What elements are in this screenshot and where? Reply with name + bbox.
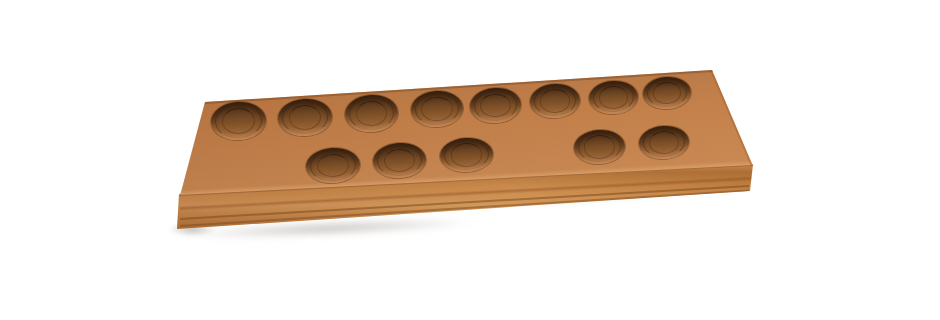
pit-back-3[interactable] — [343, 93, 398, 133]
pit-counterbore-ring — [309, 148, 356, 181]
pit-back-2[interactable] — [277, 97, 333, 137]
pit-counterbore-ring — [354, 100, 387, 127]
pit-front-1[interactable] — [305, 146, 361, 184]
pit-counterbore-ring — [479, 92, 511, 118]
pit-counterbore-ring — [421, 96, 454, 122]
pit-counterbore-ring — [348, 95, 394, 130]
pit-counterbore-ring — [577, 131, 621, 163]
pit-counterbore-ring — [642, 126, 686, 157]
pit-front-3[interactable] — [439, 137, 494, 174]
pit-counterbore-ring — [449, 143, 482, 168]
pit-counterbore-ring — [652, 81, 682, 104]
pit-counterbore-ring — [214, 103, 262, 139]
pit-counterbore-ring — [281, 99, 328, 134]
pit-counterbore-ring — [376, 143, 422, 176]
pit-back-6[interactable] — [529, 83, 581, 120]
pit-counterbore-ring — [646, 78, 688, 108]
pit-back-4[interactable] — [410, 90, 464, 129]
pit-counterbore-ring — [648, 130, 679, 154]
pit-front-4[interactable] — [573, 129, 626, 166]
pit-counterbore-ring — [288, 103, 322, 130]
pit-counterbore-ring — [539, 89, 570, 114]
pit-counterbore-ring — [533, 85, 577, 117]
pit-counterbore-ring — [414, 92, 459, 126]
pit-counterbore-ring — [473, 88, 518, 121]
board-left-edge — [178, 101, 205, 196]
pit-counterbore-ring — [316, 152, 350, 178]
pit-counterbore-ring — [221, 107, 255, 135]
pit-counterbore-ring — [443, 139, 489, 171]
pit-counterbore-ring — [598, 85, 629, 109]
board-right-edge — [710, 70, 753, 167]
mancala-board — [0, 0, 940, 320]
pit-front-5[interactable] — [638, 124, 690, 160]
pit-back-7[interactable] — [588, 79, 639, 115]
pit-counterbore-ring — [382, 147, 415, 173]
pit-front-2[interactable] — [372, 141, 427, 179]
pit-counterbore-ring — [592, 81, 635, 112]
pit-back-8[interactable] — [642, 76, 692, 111]
pit-counterbore-ring — [583, 135, 615, 160]
board-top-surface — [0, 0, 940, 320]
pit-back-5[interactable] — [469, 86, 522, 124]
pit-back-1[interactable] — [209, 100, 266, 141]
